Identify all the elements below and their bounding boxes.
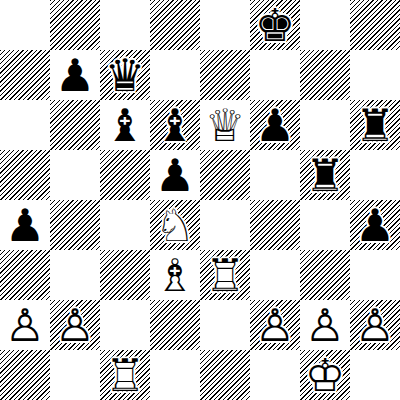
square-e7[interactable]	[200, 50, 250, 100]
piece-white-rook[interactable]: ♜♖	[100, 350, 150, 400]
square-f1[interactable]	[250, 350, 300, 400]
square-g2[interactable]: ♟♙	[300, 300, 350, 350]
piece-white-king[interactable]: ♚♔	[300, 350, 350, 400]
square-g6[interactable]	[300, 100, 350, 150]
square-e4[interactable]	[200, 200, 250, 250]
square-h4[interactable]: ♟♟	[350, 200, 400, 250]
square-b3[interactable]	[50, 250, 100, 300]
square-a8[interactable]	[0, 0, 50, 50]
black-pawn-glyph: ♟	[0, 200, 50, 250]
square-f8[interactable]: ♚♚	[250, 0, 300, 50]
piece-black-pawn[interactable]: ♟♟	[0, 200, 50, 250]
square-g7[interactable]	[300, 50, 350, 100]
square-h3[interactable]	[350, 250, 400, 300]
square-f7[interactable]	[250, 50, 300, 100]
square-g3[interactable]	[300, 250, 350, 300]
black-pawn-glyph: ♟	[150, 150, 200, 200]
square-c3[interactable]	[100, 250, 150, 300]
square-h7[interactable]	[350, 50, 400, 100]
square-e5[interactable]	[200, 150, 250, 200]
square-f6[interactable]: ♟♟	[250, 100, 300, 150]
piece-black-pawn[interactable]: ♟♟	[250, 100, 300, 150]
square-b8[interactable]	[50, 0, 100, 50]
black-pawn-glyph: ♟	[350, 200, 400, 250]
square-h8[interactable]	[350, 0, 400, 50]
square-e1[interactable]	[200, 350, 250, 400]
white-pawn-glyph: ♙	[0, 300, 50, 350]
piece-white-bishop[interactable]: ♝♗	[150, 250, 200, 300]
square-d8[interactable]	[150, 0, 200, 50]
square-b2[interactable]: ♟♙	[50, 300, 100, 350]
square-b1[interactable]	[50, 350, 100, 400]
square-a6[interactable]	[0, 100, 50, 150]
piece-black-king[interactable]: ♚♚	[250, 0, 300, 50]
square-c1[interactable]: ♜♖	[100, 350, 150, 400]
square-e6[interactable]: ♛♕	[200, 100, 250, 150]
black-rook-glyph: ♜	[350, 100, 400, 150]
square-b4[interactable]	[50, 200, 100, 250]
square-d3[interactable]: ♝♗	[150, 250, 200, 300]
chess-diagram: ♚♚♟♟♛♛♝♝♝♝♛♕♟♟♜♜♟♟♜♜♟♟♞♘♟♟♝♗♜♖♟♙♟♙♟♙♟♙♟♙…	[0, 0, 400, 400]
square-a4[interactable]: ♟♟	[0, 200, 50, 250]
square-a5[interactable]	[0, 150, 50, 200]
square-a2[interactable]: ♟♙	[0, 300, 50, 350]
square-d6[interactable]: ♝♝	[150, 100, 200, 150]
square-e3[interactable]: ♜♖	[200, 250, 250, 300]
white-bishop-glyph: ♗	[150, 250, 200, 300]
square-d4[interactable]: ♞♘	[150, 200, 200, 250]
piece-black-queen[interactable]: ♛♛	[100, 50, 150, 100]
piece-white-knight[interactable]: ♞♘	[150, 200, 200, 250]
square-h1[interactable]	[350, 350, 400, 400]
square-c8[interactable]	[100, 0, 150, 50]
piece-white-pawn[interactable]: ♟♙	[0, 300, 50, 350]
square-e2[interactable]	[200, 300, 250, 350]
square-f3[interactable]	[250, 250, 300, 300]
square-a3[interactable]	[0, 250, 50, 300]
white-knight-glyph: ♘	[150, 200, 200, 250]
square-h2[interactable]: ♟♙	[350, 300, 400, 350]
square-c4[interactable]	[100, 200, 150, 250]
square-f2[interactable]: ♟♙	[250, 300, 300, 350]
white-pawn-glyph: ♙	[350, 300, 400, 350]
square-d5[interactable]: ♟♟	[150, 150, 200, 200]
white-pawn-glyph: ♙	[50, 300, 100, 350]
square-g5[interactable]: ♜♜	[300, 150, 350, 200]
square-d2[interactable]	[150, 300, 200, 350]
square-a7[interactable]	[0, 50, 50, 100]
black-bishop-glyph: ♝	[100, 100, 150, 150]
square-c5[interactable]	[100, 150, 150, 200]
square-d1[interactable]	[150, 350, 200, 400]
square-c6[interactable]: ♝♝	[100, 100, 150, 150]
square-b7[interactable]: ♟♟	[50, 50, 100, 100]
black-pawn-glyph: ♟	[250, 100, 300, 150]
black-rook-glyph: ♜	[300, 150, 350, 200]
white-pawn-glyph: ♙	[250, 300, 300, 350]
square-b5[interactable]	[50, 150, 100, 200]
square-e8[interactable]	[200, 0, 250, 50]
square-d7[interactable]	[150, 50, 200, 100]
chess-board: ♚♚♟♟♛♛♝♝♝♝♛♕♟♟♜♜♟♟♜♜♟♟♞♘♟♟♝♗♜♖♟♙♟♙♟♙♟♙♟♙…	[0, 0, 400, 400]
black-bishop-glyph: ♝	[150, 100, 200, 150]
square-b6[interactable]	[50, 100, 100, 150]
piece-white-queen[interactable]: ♛♕	[200, 100, 250, 150]
square-g1[interactable]: ♚♔	[300, 350, 350, 400]
square-g4[interactable]	[300, 200, 350, 250]
piece-white-pawn[interactable]: ♟♙	[50, 300, 100, 350]
white-rook-glyph: ♖	[200, 250, 250, 300]
piece-white-pawn[interactable]: ♟♙	[250, 300, 300, 350]
piece-white-pawn[interactable]: ♟♙	[300, 300, 350, 350]
piece-black-bishop[interactable]: ♝♝	[150, 100, 200, 150]
square-h5[interactable]	[350, 150, 400, 200]
piece-black-pawn[interactable]: ♟♟	[50, 50, 100, 100]
piece-white-pawn[interactable]: ♟♙	[350, 300, 400, 350]
square-f4[interactable]	[250, 200, 300, 250]
black-pawn-glyph: ♟	[50, 50, 100, 100]
square-a1[interactable]	[0, 350, 50, 400]
piece-black-pawn[interactable]: ♟♟	[150, 150, 200, 200]
piece-black-bishop[interactable]: ♝♝	[100, 100, 150, 150]
square-h6[interactable]: ♜♜	[350, 100, 400, 150]
square-f5[interactable]	[250, 150, 300, 200]
piece-black-rook[interactable]: ♜♜	[350, 100, 400, 150]
square-c2[interactable]	[100, 300, 150, 350]
white-pawn-glyph: ♙	[300, 300, 350, 350]
white-king-glyph: ♔	[300, 350, 350, 400]
black-queen-glyph: ♛	[100, 50, 150, 100]
white-queen-glyph: ♕	[200, 100, 250, 150]
piece-black-rook[interactable]: ♜♜	[300, 150, 350, 200]
square-g8[interactable]	[300, 0, 350, 50]
piece-black-pawn[interactable]: ♟♟	[350, 200, 400, 250]
piece-white-rook[interactable]: ♜♖	[200, 250, 250, 300]
square-c7[interactable]: ♛♛	[100, 50, 150, 100]
black-king-glyph: ♚	[250, 0, 300, 50]
white-rook-glyph: ♖	[100, 350, 150, 400]
